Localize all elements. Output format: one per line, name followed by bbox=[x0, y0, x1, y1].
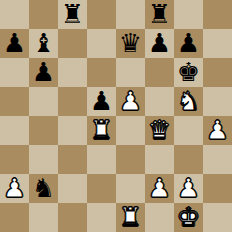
square-g5[interactable]: ♞ bbox=[174, 87, 203, 116]
square-e4[interactable] bbox=[116, 116, 145, 145]
white-king[interactable]: ♚ bbox=[177, 203, 200, 232]
white-pawn[interactable]: ♟ bbox=[148, 174, 171, 203]
square-d5[interactable]: ♟ bbox=[87, 87, 116, 116]
chess-board: ♜♜♟♝♛♟♟♟♚♟♟♞♜♛♟♟♞♟♟♜♚ bbox=[0, 0, 232, 232]
square-a5[interactable] bbox=[0, 87, 29, 116]
square-e1[interactable]: ♜ bbox=[116, 203, 145, 232]
white-pawn[interactable]: ♟ bbox=[119, 87, 142, 116]
square-f6[interactable] bbox=[145, 58, 174, 87]
black-bishop[interactable]: ♝ bbox=[32, 29, 55, 58]
square-b1[interactable] bbox=[29, 203, 58, 232]
square-f1[interactable] bbox=[145, 203, 174, 232]
square-h6[interactable] bbox=[203, 58, 232, 87]
square-f5[interactable] bbox=[145, 87, 174, 116]
square-a8[interactable] bbox=[0, 0, 29, 29]
square-h2[interactable] bbox=[203, 174, 232, 203]
square-a4[interactable] bbox=[0, 116, 29, 145]
square-f4[interactable]: ♛ bbox=[145, 116, 174, 145]
square-f3[interactable] bbox=[145, 145, 174, 174]
white-queen[interactable]: ♛ bbox=[148, 116, 171, 145]
black-knight[interactable]: ♞ bbox=[32, 174, 55, 203]
square-e6[interactable] bbox=[116, 58, 145, 87]
square-d8[interactable] bbox=[87, 0, 116, 29]
square-b4[interactable] bbox=[29, 116, 58, 145]
black-king[interactable]: ♚ bbox=[177, 58, 200, 87]
square-d7[interactable] bbox=[87, 29, 116, 58]
square-f2[interactable]: ♟ bbox=[145, 174, 174, 203]
square-b5[interactable] bbox=[29, 87, 58, 116]
square-h7[interactable] bbox=[203, 29, 232, 58]
square-c5[interactable] bbox=[58, 87, 87, 116]
square-h4[interactable]: ♟ bbox=[203, 116, 232, 145]
square-b3[interactable] bbox=[29, 145, 58, 174]
square-h3[interactable] bbox=[203, 145, 232, 174]
square-h5[interactable] bbox=[203, 87, 232, 116]
square-d2[interactable] bbox=[87, 174, 116, 203]
square-e2[interactable] bbox=[116, 174, 145, 203]
square-b8[interactable] bbox=[29, 0, 58, 29]
square-c1[interactable] bbox=[58, 203, 87, 232]
square-g6[interactable]: ♚ bbox=[174, 58, 203, 87]
square-g2[interactable]: ♟ bbox=[174, 174, 203, 203]
square-c6[interactable] bbox=[58, 58, 87, 87]
white-pawn[interactable]: ♟ bbox=[177, 174, 200, 203]
square-e7[interactable]: ♛ bbox=[116, 29, 145, 58]
square-d3[interactable] bbox=[87, 145, 116, 174]
square-d4[interactable]: ♜ bbox=[87, 116, 116, 145]
square-a1[interactable] bbox=[0, 203, 29, 232]
black-queen[interactable]: ♛ bbox=[119, 29, 142, 58]
white-knight[interactable]: ♞ bbox=[177, 87, 200, 116]
square-g3[interactable] bbox=[174, 145, 203, 174]
square-h8[interactable] bbox=[203, 0, 232, 29]
square-d6[interactable] bbox=[87, 58, 116, 87]
square-g8[interactable] bbox=[174, 0, 203, 29]
square-c7[interactable] bbox=[58, 29, 87, 58]
square-c4[interactable] bbox=[58, 116, 87, 145]
square-b2[interactable]: ♞ bbox=[29, 174, 58, 203]
square-e3[interactable] bbox=[116, 145, 145, 174]
square-d1[interactable] bbox=[87, 203, 116, 232]
black-rook[interactable]: ♜ bbox=[148, 0, 171, 29]
square-h1[interactable] bbox=[203, 203, 232, 232]
white-rook[interactable]: ♜ bbox=[90, 116, 113, 145]
square-g1[interactable]: ♚ bbox=[174, 203, 203, 232]
black-rook[interactable]: ♜ bbox=[61, 0, 84, 29]
square-c8[interactable]: ♜ bbox=[58, 0, 87, 29]
square-b6[interactable]: ♟ bbox=[29, 58, 58, 87]
square-a3[interactable] bbox=[0, 145, 29, 174]
square-e5[interactable]: ♟ bbox=[116, 87, 145, 116]
white-pawn[interactable]: ♟ bbox=[3, 174, 26, 203]
square-g4[interactable] bbox=[174, 116, 203, 145]
square-a6[interactable] bbox=[0, 58, 29, 87]
square-f7[interactable]: ♟ bbox=[145, 29, 174, 58]
square-f8[interactable]: ♜ bbox=[145, 0, 174, 29]
square-e8[interactable] bbox=[116, 0, 145, 29]
white-pawn[interactable]: ♟ bbox=[206, 116, 229, 145]
square-c2[interactable] bbox=[58, 174, 87, 203]
black-pawn[interactable]: ♟ bbox=[32, 58, 55, 87]
black-pawn[interactable]: ♟ bbox=[177, 29, 200, 58]
square-g7[interactable]: ♟ bbox=[174, 29, 203, 58]
black-pawn[interactable]: ♟ bbox=[148, 29, 171, 58]
black-pawn[interactable]: ♟ bbox=[3, 29, 26, 58]
square-a2[interactable]: ♟ bbox=[0, 174, 29, 203]
white-rook[interactable]: ♜ bbox=[119, 203, 142, 232]
square-b7[interactable]: ♝ bbox=[29, 29, 58, 58]
square-c3[interactable] bbox=[58, 145, 87, 174]
square-a7[interactable]: ♟ bbox=[0, 29, 29, 58]
black-pawn[interactable]: ♟ bbox=[90, 87, 113, 116]
